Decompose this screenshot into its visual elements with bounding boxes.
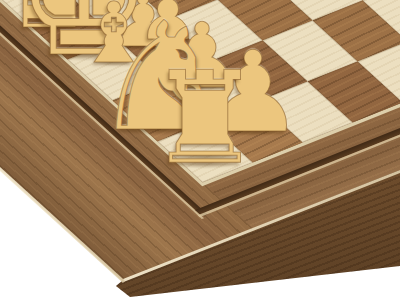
- white-rook-h1[interactable]: ♜: [148, 55, 262, 182]
- chessboard-photo: ♛♟♚♟♝♟♟♞♜: [0, 0, 400, 300]
- pieces-layer: ♛♟♚♟♝♟♟♞♜: [0, 0, 400, 300]
